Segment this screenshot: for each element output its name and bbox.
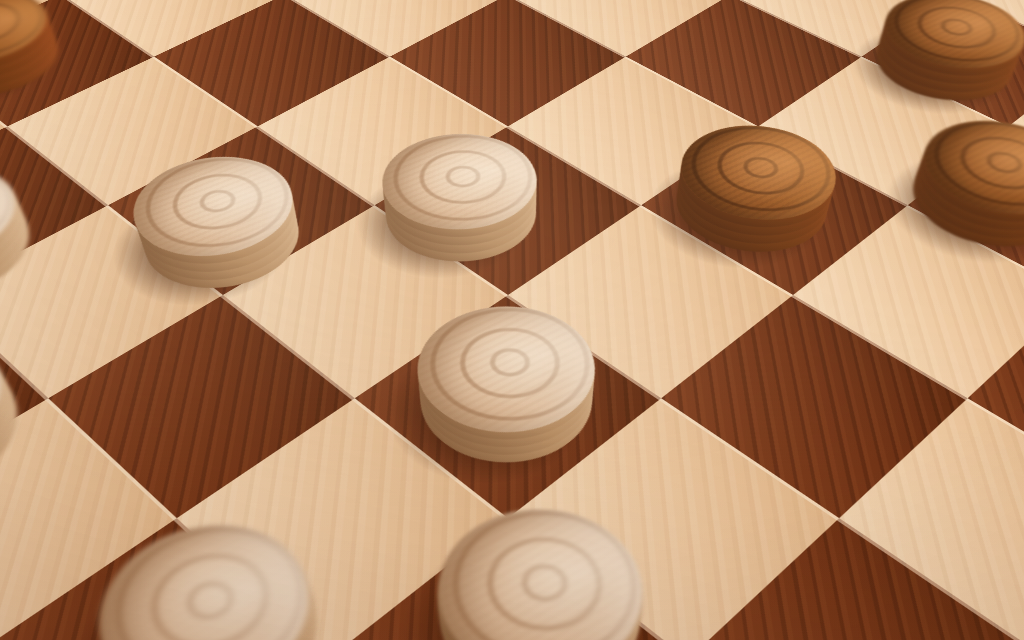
checkers-board xyxy=(0,0,1024,640)
board-photo-scene xyxy=(0,0,1024,640)
